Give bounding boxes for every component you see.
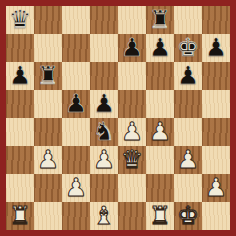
piece-black-pawn[interactable]: ♟ [121, 34, 143, 62]
square-c1[interactable] [62, 202, 90, 230]
piece-white-king[interactable]: ♚ [177, 202, 199, 230]
piece-white-pawn[interactable]: ♟ [37, 146, 59, 174]
square-h8[interactable] [202, 6, 230, 34]
square-a2[interactable] [6, 174, 34, 202]
square-c8[interactable] [62, 6, 90, 34]
square-h5[interactable] [202, 90, 230, 118]
square-d5[interactable]: ♟ [90, 90, 118, 118]
square-a3[interactable] [6, 146, 34, 174]
square-g5[interactable] [174, 90, 202, 118]
square-g4[interactable] [174, 118, 202, 146]
square-f4[interactable]: ♟ [146, 118, 174, 146]
piece-black-pawn[interactable]: ♟ [93, 90, 115, 118]
square-b8[interactable] [34, 6, 62, 34]
square-c4[interactable] [62, 118, 90, 146]
piece-black-knight[interactable]: ♞ [93, 118, 115, 146]
square-d4[interactable]: ♞ [90, 118, 118, 146]
square-g2[interactable] [174, 174, 202, 202]
square-g3[interactable]: ♟ [174, 146, 202, 174]
square-a1[interactable]: ♜ [6, 202, 34, 230]
piece-black-pawn[interactable]: ♟ [177, 62, 199, 90]
square-b6[interactable]: ♜ [34, 62, 62, 90]
square-d7[interactable] [90, 34, 118, 62]
square-g8[interactable] [174, 6, 202, 34]
piece-white-pawn[interactable]: ♟ [205, 174, 227, 202]
piece-black-pawn[interactable]: ♟ [149, 34, 171, 62]
square-e3[interactable]: ♛ [118, 146, 146, 174]
square-d2[interactable] [90, 174, 118, 202]
piece-white-rook[interactable]: ♜ [9, 202, 31, 230]
square-d3[interactable]: ♟ [90, 146, 118, 174]
piece-white-rook[interactable]: ♜ [149, 202, 171, 230]
square-c6[interactable] [62, 62, 90, 90]
square-b3[interactable]: ♟ [34, 146, 62, 174]
piece-black-king[interactable]: ♚ [177, 34, 199, 62]
square-e7[interactable]: ♟ [118, 34, 146, 62]
square-a8[interactable]: ♛ [6, 6, 34, 34]
square-f3[interactable] [146, 146, 174, 174]
square-a5[interactable] [6, 90, 34, 118]
square-a4[interactable] [6, 118, 34, 146]
chess-board-frame: ♛♜♟♟♚♟♟♜♟♟♟♞♟♟♟♟♛♟♟♟♜♝♜♚ [0, 0, 236, 236]
square-e2[interactable] [118, 174, 146, 202]
square-g1[interactable]: ♚ [174, 202, 202, 230]
square-e6[interactable] [118, 62, 146, 90]
square-h7[interactable]: ♟ [202, 34, 230, 62]
piece-black-pawn[interactable]: ♟ [205, 34, 227, 62]
square-h3[interactable] [202, 146, 230, 174]
square-c3[interactable] [62, 146, 90, 174]
square-b1[interactable] [34, 202, 62, 230]
piece-black-rook[interactable]: ♜ [149, 6, 171, 34]
square-d8[interactable] [90, 6, 118, 34]
square-b7[interactable] [34, 34, 62, 62]
chess-board: ♛♜♟♟♚♟♟♜♟♟♟♞♟♟♟♟♛♟♟♟♜♝♜♚ [6, 6, 230, 230]
square-a6[interactable]: ♟ [6, 62, 34, 90]
square-f5[interactable] [146, 90, 174, 118]
piece-black-pawn[interactable]: ♟ [65, 90, 87, 118]
square-f8[interactable]: ♜ [146, 6, 174, 34]
square-b5[interactable] [34, 90, 62, 118]
piece-black-rook[interactable]: ♜ [37, 62, 59, 90]
square-f6[interactable] [146, 62, 174, 90]
piece-white-pawn[interactable]: ♟ [177, 146, 199, 174]
square-e1[interactable] [118, 202, 146, 230]
square-h1[interactable] [202, 202, 230, 230]
square-d1[interactable]: ♝ [90, 202, 118, 230]
square-c2[interactable]: ♟ [62, 174, 90, 202]
square-g7[interactable]: ♚ [174, 34, 202, 62]
piece-black-queen[interactable]: ♛ [9, 6, 31, 34]
square-b2[interactable] [34, 174, 62, 202]
piece-white-pawn[interactable]: ♟ [65, 174, 87, 202]
square-f7[interactable]: ♟ [146, 34, 174, 62]
square-e4[interactable]: ♟ [118, 118, 146, 146]
piece-white-bishop[interactable]: ♝ [93, 202, 115, 230]
piece-white-queen[interactable]: ♛ [121, 146, 143, 174]
piece-white-pawn[interactable]: ♟ [93, 146, 115, 174]
square-c5[interactable]: ♟ [62, 90, 90, 118]
square-h4[interactable] [202, 118, 230, 146]
square-a7[interactable] [6, 34, 34, 62]
square-b4[interactable] [34, 118, 62, 146]
square-h2[interactable]: ♟ [202, 174, 230, 202]
piece-white-pawn[interactable]: ♟ [121, 118, 143, 146]
square-h6[interactable] [202, 62, 230, 90]
piece-white-pawn[interactable]: ♟ [149, 118, 171, 146]
piece-black-pawn[interactable]: ♟ [9, 62, 31, 90]
square-e8[interactable] [118, 6, 146, 34]
square-c7[interactable] [62, 34, 90, 62]
square-g6[interactable]: ♟ [174, 62, 202, 90]
square-f1[interactable]: ♜ [146, 202, 174, 230]
square-e5[interactable] [118, 90, 146, 118]
square-f2[interactable] [146, 174, 174, 202]
square-d6[interactable] [90, 62, 118, 90]
